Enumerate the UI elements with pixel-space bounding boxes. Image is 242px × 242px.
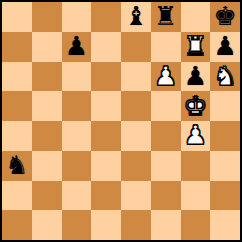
square-a2[interactable] bbox=[2, 181, 32, 211]
square-d8[interactable] bbox=[91, 2, 121, 32]
black-pawn[interactable]: ♟ bbox=[184, 62, 207, 91]
square-a3[interactable]: ♞ bbox=[2, 151, 32, 181]
square-c6[interactable] bbox=[62, 62, 92, 92]
square-e3[interactable] bbox=[121, 151, 151, 181]
square-h5[interactable] bbox=[210, 91, 240, 121]
square-h3[interactable] bbox=[210, 151, 240, 181]
square-g3[interactable] bbox=[181, 151, 211, 181]
square-c7[interactable]: ♟ bbox=[62, 32, 92, 62]
square-d4[interactable] bbox=[91, 121, 121, 151]
square-g8[interactable] bbox=[181, 2, 211, 32]
square-f2[interactable] bbox=[151, 181, 181, 211]
square-g4[interactable]: ♟ bbox=[181, 121, 211, 151]
square-f6[interactable]: ♟ bbox=[151, 62, 181, 92]
square-f1[interactable] bbox=[151, 210, 181, 240]
square-d5[interactable] bbox=[91, 91, 121, 121]
white-pawn[interactable]: ♟ bbox=[184, 121, 207, 150]
black-bishop[interactable]: ♝ bbox=[124, 2, 147, 31]
square-c8[interactable] bbox=[62, 2, 92, 32]
square-a7[interactable] bbox=[2, 32, 32, 62]
square-g1[interactable] bbox=[181, 210, 211, 240]
square-f4[interactable] bbox=[151, 121, 181, 151]
chess-board: ♝♜♚♟♜♟♟♟♞♚♟♞ bbox=[2, 2, 240, 240]
square-h8[interactable]: ♚ bbox=[210, 2, 240, 32]
white-knight[interactable]: ♞ bbox=[213, 62, 236, 91]
square-h1[interactable] bbox=[210, 210, 240, 240]
white-pawn[interactable]: ♟ bbox=[154, 62, 177, 91]
square-c3[interactable] bbox=[62, 151, 92, 181]
square-e2[interactable] bbox=[121, 181, 151, 211]
white-king[interactable]: ♚ bbox=[184, 92, 207, 121]
black-pawn[interactable]: ♟ bbox=[65, 32, 88, 61]
square-e4[interactable] bbox=[121, 121, 151, 151]
square-f7[interactable] bbox=[151, 32, 181, 62]
square-h4[interactable] bbox=[210, 121, 240, 151]
square-a5[interactable] bbox=[2, 91, 32, 121]
black-knight[interactable]: ♞ bbox=[5, 151, 28, 180]
square-e8[interactable]: ♝ bbox=[121, 2, 151, 32]
square-f5[interactable] bbox=[151, 91, 181, 121]
square-d1[interactable] bbox=[91, 210, 121, 240]
square-a1[interactable] bbox=[2, 210, 32, 240]
square-h2[interactable] bbox=[210, 181, 240, 211]
square-a4[interactable] bbox=[2, 121, 32, 151]
square-h7[interactable]: ♟ bbox=[210, 32, 240, 62]
black-king[interactable]: ♚ bbox=[213, 2, 236, 31]
square-b4[interactable] bbox=[32, 121, 62, 151]
square-g5[interactable]: ♚ bbox=[181, 91, 211, 121]
square-b5[interactable] bbox=[32, 91, 62, 121]
square-f8[interactable]: ♜ bbox=[151, 2, 181, 32]
square-d7[interactable] bbox=[91, 32, 121, 62]
square-h6[interactable]: ♞ bbox=[210, 62, 240, 92]
square-c2[interactable] bbox=[62, 181, 92, 211]
square-a8[interactable] bbox=[2, 2, 32, 32]
square-a6[interactable] bbox=[2, 62, 32, 92]
square-b1[interactable] bbox=[32, 210, 62, 240]
square-c4[interactable] bbox=[62, 121, 92, 151]
square-e1[interactable] bbox=[121, 210, 151, 240]
square-c5[interactable] bbox=[62, 91, 92, 121]
square-f3[interactable] bbox=[151, 151, 181, 181]
white-rook[interactable]: ♜ bbox=[184, 32, 207, 61]
square-e6[interactable] bbox=[121, 62, 151, 92]
chess-board-frame: ♝♜♚♟♜♟♟♟♞♚♟♞ bbox=[0, 0, 242, 242]
square-d2[interactable] bbox=[91, 181, 121, 211]
square-b2[interactable] bbox=[32, 181, 62, 211]
square-g7[interactable]: ♜ bbox=[181, 32, 211, 62]
square-c1[interactable] bbox=[62, 210, 92, 240]
square-d6[interactable] bbox=[91, 62, 121, 92]
black-pawn[interactable]: ♟ bbox=[213, 32, 236, 61]
square-b3[interactable] bbox=[32, 151, 62, 181]
square-g6[interactable]: ♟ bbox=[181, 62, 211, 92]
square-b6[interactable] bbox=[32, 62, 62, 92]
square-d3[interactable] bbox=[91, 151, 121, 181]
square-e5[interactable] bbox=[121, 91, 151, 121]
black-rook[interactable]: ♜ bbox=[154, 2, 177, 31]
square-b7[interactable] bbox=[32, 32, 62, 62]
square-e7[interactable] bbox=[121, 32, 151, 62]
square-b8[interactable] bbox=[32, 2, 62, 32]
square-g2[interactable] bbox=[181, 181, 211, 211]
